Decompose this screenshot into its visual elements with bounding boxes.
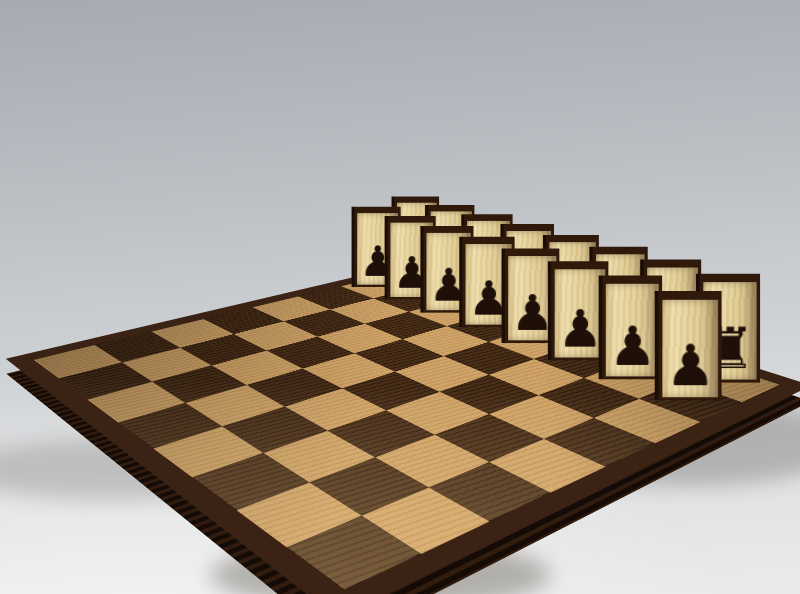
black-pawn-cutout-silhouette: ♟	[608, 322, 656, 372]
photo-scene: ♜♞♝♚♛♝♞♜♟♟♟♟♟♟♟♟♟♟♟♟♟♟♟♟♜♞♝♚♛♝♞♜	[0, 0, 800, 594]
black-pawn-cutout-tile: ♟	[551, 261, 608, 360]
board-grid: ♜♞♝♚♛♝♞♜♟♟♟♟♟♟♟♟♟♟♟♟♟♟♟♟♜♞♝♚♛♝♞♜	[34, 267, 779, 590]
black-pawn-cutout-tile: ♟	[659, 291, 722, 400]
black-pawn-cutout-silhouette: ♟	[511, 291, 554, 336]
chess-board: ♜♞♝♚♛♝♞♜♟♟♟♟♟♟♟♟♟♟♟♟♟♟♟♟♜♞♝♚♛♝♞♜	[6, 261, 800, 594]
square-c6[interactable]	[489, 359, 584, 395]
black-pawn-cutout-tile: ♟	[602, 275, 662, 379]
white-rook-silhouette: ♜	[291, 388, 416, 551]
black-pawn-cutout-silhouette: ♟	[468, 278, 510, 321]
black-pawn-cutout-silhouette: ♟	[557, 306, 602, 353]
square-a1[interactable]: ♜	[287, 516, 422, 590]
black-pawn-cutout-silhouette: ♟	[665, 341, 715, 393]
perspective-wrapper: ♜♞♝♚♛♝♞♜♟♟♟♟♟♟♟♟♟♟♟♟♟♟♟♟♜♞♝♚♛♝♞♜	[0, 0, 800, 594]
